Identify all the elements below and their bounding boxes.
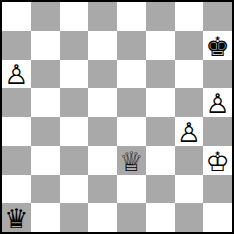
square-d7[interactable]: [88, 31, 117, 60]
square-g7[interactable]: [175, 31, 204, 60]
square-d8[interactable]: [88, 2, 117, 31]
white-pawn-piece: ♙: [4, 61, 28, 88]
square-c2[interactable]: [60, 175, 89, 204]
square-f7[interactable]: [146, 31, 175, 60]
square-b2[interactable]: [31, 175, 60, 204]
square-f8[interactable]: [146, 2, 175, 31]
square-d6[interactable]: [88, 60, 117, 89]
black-queen-piece: ♛: [4, 205, 28, 232]
square-c3[interactable]: [60, 146, 89, 175]
square-b4[interactable]: [31, 117, 60, 146]
square-d2[interactable]: [88, 175, 117, 204]
square-c4[interactable]: [60, 117, 89, 146]
square-a2[interactable]: [2, 175, 31, 204]
square-e6[interactable]: [117, 60, 146, 89]
square-f2[interactable]: [146, 175, 175, 204]
white-queen-piece: ♕: [119, 148, 143, 175]
square-e1[interactable]: [117, 203, 146, 232]
square-c6[interactable]: [60, 60, 89, 89]
square-h3[interactable]: ♔: [203, 146, 232, 175]
square-d3[interactable]: [88, 146, 117, 175]
chess-board: ♚♙♙♙♕♔♛: [0, 0, 234, 234]
square-d4[interactable]: [88, 117, 117, 146]
square-f5[interactable]: [146, 88, 175, 117]
square-b7[interactable]: [31, 31, 60, 60]
square-b5[interactable]: [31, 88, 60, 117]
square-f1[interactable]: [146, 203, 175, 232]
square-g8[interactable]: [175, 2, 204, 31]
square-d1[interactable]: [88, 203, 117, 232]
square-e5[interactable]: [117, 88, 146, 117]
square-d5[interactable]: [88, 88, 117, 117]
white-king-piece: ♔: [206, 148, 230, 175]
square-a5[interactable]: [2, 88, 31, 117]
square-f6[interactable]: [146, 60, 175, 89]
square-b8[interactable]: [31, 2, 60, 31]
square-e7[interactable]: [117, 31, 146, 60]
square-c1[interactable]: [60, 203, 89, 232]
square-g1[interactable]: [175, 203, 204, 232]
square-h5[interactable]: ♙: [203, 88, 232, 117]
black-king-piece: ♚: [206, 33, 230, 60]
square-c8[interactable]: [60, 2, 89, 31]
square-h4[interactable]: [203, 117, 232, 146]
square-h8[interactable]: [203, 2, 232, 31]
square-e2[interactable]: [117, 175, 146, 204]
square-g6[interactable]: [175, 60, 204, 89]
square-f4[interactable]: [146, 117, 175, 146]
white-pawn-piece: ♙: [206, 90, 230, 117]
square-g5[interactable]: [175, 88, 204, 117]
square-e8[interactable]: [117, 2, 146, 31]
square-h6[interactable]: [203, 60, 232, 89]
square-c7[interactable]: [60, 31, 89, 60]
square-a3[interactable]: [2, 146, 31, 175]
square-a4[interactable]: [2, 117, 31, 146]
square-e4[interactable]: [117, 117, 146, 146]
square-b6[interactable]: [31, 60, 60, 89]
square-a1[interactable]: ♛: [2, 203, 31, 232]
white-pawn-piece: ♙: [177, 119, 201, 146]
square-g4[interactable]: ♙: [175, 117, 204, 146]
square-c5[interactable]: [60, 88, 89, 117]
square-a6[interactable]: ♙: [2, 60, 31, 89]
square-a8[interactable]: [2, 2, 31, 31]
square-h2[interactable]: [203, 175, 232, 204]
square-b3[interactable]: [31, 146, 60, 175]
square-g2[interactable]: [175, 175, 204, 204]
square-a7[interactable]: [2, 31, 31, 60]
square-g3[interactable]: [175, 146, 204, 175]
square-h7[interactable]: ♚: [203, 31, 232, 60]
square-b1[interactable]: [31, 203, 60, 232]
square-f3[interactable]: [146, 146, 175, 175]
square-e3[interactable]: ♕: [117, 146, 146, 175]
square-h1[interactable]: [203, 203, 232, 232]
